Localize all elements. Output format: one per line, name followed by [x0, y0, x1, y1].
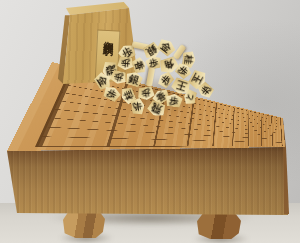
piece-kanji: 王 [175, 79, 188, 92]
piece-kanji: 歩 [120, 58, 130, 68]
piece-kanji: 歩 [113, 71, 124, 82]
board-leg-left [63, 211, 105, 238]
piece-kanji: 香 [133, 59, 144, 70]
piece-kanji: 歩 [169, 95, 179, 105]
piece-kanji: 角 [163, 58, 176, 71]
piece-kanji: と [186, 92, 196, 102]
piece-kanji: 歩 [141, 87, 151, 97]
piece-kanji: 桂 [184, 54, 194, 64]
piece-kanji: 香 [155, 90, 167, 102]
board-leg-right [197, 213, 241, 239]
board-front-face [5, 145, 290, 217]
piece-kanji: 歩 [132, 101, 142, 111]
piece-kanji: 桂 [123, 89, 135, 101]
piece-kanji: 銀 [128, 73, 140, 85]
piece-kanji: 歩 [148, 57, 159, 68]
piece-kanji: 飛 [150, 102, 163, 115]
piece-kanji: 歩 [106, 87, 118, 99]
piece-kanji: 玉 [191, 72, 205, 86]
piece-box-label-text: 御将棋駒 [103, 33, 113, 40]
photo-scene: 御将棋駒 歩銀金桂飛歩香歩角歩玉歩金歩銀歩王歩桂歩香歩飛歩と [0, 0, 300, 243]
